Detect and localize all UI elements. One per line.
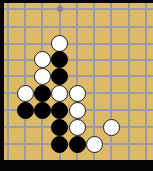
intersection[interactable] bbox=[4, 136, 17, 153]
intersection[interactable] bbox=[51, 119, 68, 136]
intersection[interactable] bbox=[4, 68, 17, 85]
intersection[interactable] bbox=[69, 18, 86, 35]
intersection[interactable] bbox=[138, 35, 153, 52]
black-stone bbox=[51, 51, 68, 68]
intersection[interactable] bbox=[17, 119, 34, 136]
intersection[interactable] bbox=[69, 136, 86, 153]
intersection[interactable] bbox=[103, 52, 120, 69]
intersection[interactable] bbox=[103, 153, 120, 160]
intersection[interactable] bbox=[34, 119, 51, 136]
intersection[interactable] bbox=[120, 52, 137, 69]
intersection[interactable] bbox=[51, 102, 68, 119]
intersection[interactable] bbox=[86, 68, 103, 85]
hoshi-marker bbox=[57, 6, 63, 12]
intersection[interactable] bbox=[103, 119, 120, 136]
intersection[interactable] bbox=[120, 35, 137, 52]
black-stone bbox=[51, 102, 68, 119]
intersection[interactable] bbox=[120, 68, 137, 85]
intersection[interactable] bbox=[86, 3, 103, 18]
intersection[interactable] bbox=[34, 102, 51, 119]
intersection[interactable] bbox=[138, 153, 153, 160]
intersection[interactable] bbox=[51, 85, 68, 102]
white-stone bbox=[51, 85, 68, 102]
intersection[interactable] bbox=[120, 119, 137, 136]
black-stone bbox=[51, 119, 68, 136]
intersection[interactable] bbox=[103, 18, 120, 35]
intersection[interactable] bbox=[103, 136, 120, 153]
intersection[interactable] bbox=[138, 119, 153, 136]
intersection[interactable] bbox=[34, 85, 51, 102]
white-stone bbox=[69, 102, 86, 119]
intersection[interactable] bbox=[69, 102, 86, 119]
intersection[interactable] bbox=[4, 102, 17, 119]
white-stone bbox=[51, 35, 68, 52]
intersection[interactable] bbox=[4, 85, 17, 102]
intersection[interactable] bbox=[86, 52, 103, 69]
intersection[interactable] bbox=[86, 153, 103, 160]
intersection[interactable] bbox=[4, 3, 17, 18]
black-stone bbox=[34, 85, 51, 102]
intersection[interactable] bbox=[103, 102, 120, 119]
intersection[interactable] bbox=[4, 18, 17, 35]
black-stone bbox=[51, 68, 68, 85]
intersection[interactable] bbox=[17, 136, 34, 153]
intersection[interactable] bbox=[17, 85, 34, 102]
intersection[interactable] bbox=[120, 3, 137, 18]
intersection[interactable] bbox=[17, 52, 34, 69]
intersection[interactable] bbox=[17, 153, 34, 160]
intersection[interactable] bbox=[86, 35, 103, 52]
intersection[interactable] bbox=[51, 153, 68, 160]
intersection[interactable] bbox=[34, 35, 51, 52]
intersection[interactable] bbox=[103, 3, 120, 18]
intersection[interactable] bbox=[4, 52, 17, 69]
intersection[interactable] bbox=[34, 3, 51, 18]
intersection[interactable] bbox=[17, 18, 34, 35]
intersection[interactable] bbox=[138, 68, 153, 85]
black-stone bbox=[51, 136, 68, 153]
intersection[interactable] bbox=[86, 18, 103, 35]
intersection[interactable] bbox=[51, 136, 68, 153]
intersection[interactable] bbox=[17, 68, 34, 85]
intersection[interactable] bbox=[120, 85, 137, 102]
intersection[interactable] bbox=[103, 35, 120, 52]
board-frame-bottom bbox=[0, 160, 153, 171]
app-background bbox=[0, 0, 153, 170]
intersection[interactable] bbox=[138, 136, 153, 153]
white-stone bbox=[34, 68, 51, 85]
intersection[interactable] bbox=[34, 68, 51, 85]
go-board[interactable] bbox=[4, 3, 153, 160]
white-stone bbox=[86, 136, 103, 153]
intersection[interactable] bbox=[138, 102, 153, 119]
intersection[interactable] bbox=[120, 153, 137, 160]
intersection[interactable] bbox=[86, 136, 103, 153]
white-stone bbox=[69, 85, 86, 102]
board-grid bbox=[4, 3, 153, 160]
intersection[interactable] bbox=[17, 35, 34, 52]
intersection[interactable] bbox=[138, 85, 153, 102]
intersection[interactable] bbox=[51, 68, 68, 85]
intersection[interactable] bbox=[51, 35, 68, 52]
white-stone bbox=[34, 51, 51, 68]
intersection[interactable] bbox=[51, 3, 68, 18]
intersection[interactable] bbox=[138, 52, 153, 69]
intersection[interactable] bbox=[138, 3, 153, 18]
intersection[interactable] bbox=[17, 3, 34, 18]
intersection[interactable] bbox=[120, 18, 137, 35]
white-stone bbox=[103, 119, 120, 136]
intersection[interactable] bbox=[69, 35, 86, 52]
white-stone bbox=[17, 85, 34, 102]
intersection[interactable] bbox=[34, 153, 51, 160]
intersection[interactable] bbox=[86, 119, 103, 136]
intersection[interactable] bbox=[103, 85, 120, 102]
intersection[interactable] bbox=[69, 68, 86, 85]
intersection[interactable] bbox=[34, 18, 51, 35]
intersection[interactable] bbox=[4, 35, 17, 52]
intersection[interactable] bbox=[34, 52, 51, 69]
intersection[interactable] bbox=[86, 85, 103, 102]
intersection[interactable] bbox=[120, 102, 137, 119]
intersection[interactable] bbox=[51, 52, 68, 69]
intersection[interactable] bbox=[69, 3, 86, 18]
board-frame-left bbox=[0, 0, 4, 170]
intersection[interactable] bbox=[17, 102, 34, 119]
intersection[interactable] bbox=[69, 153, 86, 160]
intersection[interactable] bbox=[69, 52, 86, 69]
intersection[interactable] bbox=[103, 68, 120, 85]
black-stone bbox=[34, 102, 51, 119]
intersection[interactable] bbox=[4, 153, 17, 160]
black-stone bbox=[69, 136, 86, 153]
board-frame-top bbox=[0, 0, 153, 3]
intersection[interactable] bbox=[86, 102, 103, 119]
intersection[interactable] bbox=[4, 119, 17, 136]
intersection[interactable] bbox=[69, 85, 86, 102]
intersection[interactable] bbox=[34, 136, 51, 153]
intersection[interactable] bbox=[120, 136, 137, 153]
intersection[interactable] bbox=[69, 119, 86, 136]
white-stone bbox=[69, 119, 86, 136]
intersection[interactable] bbox=[138, 18, 153, 35]
intersection[interactable] bbox=[51, 18, 68, 35]
black-stone bbox=[17, 102, 34, 119]
